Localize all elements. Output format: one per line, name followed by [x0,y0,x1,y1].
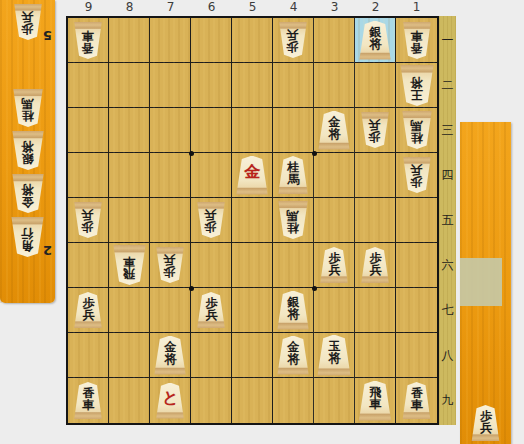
square-1八[interactable] [396,333,437,378]
hoshi-dot [189,151,194,156]
file-labels: 987654321 [66,0,439,16]
square-5七[interactable] [232,288,273,333]
piece-king-1二[interactable]: 王将 [399,65,435,106]
gote-hand-slot-silver[interactable]: 銀将 [0,129,55,172]
piece-pawn-7六[interactable]: 歩兵 [155,247,185,283]
file-label-5: 5 [232,0,273,16]
square-6三[interactable] [191,108,232,153]
hoshi-dot [312,151,317,156]
piece-pawn-9七[interactable]: 歩兵 [73,292,103,328]
piece-glyph: 銀 [276,296,310,308]
piece-glyph: 馬 [401,120,433,132]
piece-glyph: 香 [73,42,103,54]
hand-piece-silver[interactable]: 銀将 [11,131,45,170]
piece-glyph: 将 [399,77,435,89]
gote-hand-slot-gold[interactable]: 金将 [0,172,55,215]
square-2七[interactable] [355,288,396,333]
piece-glyph: 金 [11,196,45,208]
square-3四[interactable] [314,153,355,198]
piece-glyph: 兵 [319,264,349,276]
hand-piece-pawn[interactable]: 歩兵 [471,405,501,441]
piece-pawn-6五[interactable]: 歩兵 [196,202,226,238]
square-5四[interactable]: 金 [232,153,273,198]
square-8一[interactable] [109,18,150,63]
piece-tokin-7九[interactable]: と [155,383,185,419]
square-8九[interactable] [109,378,150,423]
piece-pawn-1四[interactable]: 歩兵 [402,157,432,193]
rank-label-八: 八 [439,333,456,378]
piece-pawn-9五[interactable]: 歩兵 [73,202,103,238]
square-5九[interactable] [232,378,273,423]
piece-glyph: 将 [11,141,45,153]
square-9一[interactable]: 香車 [68,18,109,63]
hand-slot-highlight-silver-origin [460,258,502,306]
piece-glyph: 兵 [360,264,390,276]
square-7四[interactable] [150,153,191,198]
square-6五[interactable]: 歩兵 [191,198,232,243]
piece-glyph: 車 [112,256,147,268]
piece-glyph: 香 [402,42,432,54]
piece-pawn-4一[interactable]: 歩兵 [278,22,308,58]
square-3九[interactable] [314,378,355,423]
piece-glyph: 将 [316,352,352,364]
square-5一[interactable] [232,18,273,63]
square-4八[interactable]: 金将 [273,333,314,378]
rank-label-七: 七 [439,288,456,333]
square-8八[interactable] [109,333,150,378]
piece-glyph: 車 [73,399,103,411]
piece-glyph: 歩 [278,41,308,53]
piece-glyph: 将 [11,184,45,196]
piece-glyph: 兵 [13,11,43,23]
square-2八[interactable] [355,333,396,378]
piece-pawn-3六[interactable]: 歩兵 [319,247,349,283]
piece-glyph: 歩 [360,131,390,143]
piece-glyph: 将 [276,308,310,320]
square-9二[interactable] [68,63,109,108]
square-5二[interactable] [232,63,273,108]
square-3五[interactable] [314,198,355,243]
piece-glyph: 角 [10,240,45,252]
square-2一[interactable]: 銀将 [355,18,396,63]
rank-label-二: 二 [439,63,456,108]
piece-glyph: 歩 [13,23,43,35]
square-4九[interactable] [273,378,314,423]
piece-glyph: 金 [276,341,310,353]
piece-glyph: 将 [358,38,392,50]
square-6四[interactable] [191,153,232,198]
piece-glyph: 兵 [196,309,226,321]
file-label-2: 2 [355,0,396,16]
piece-glyph: 兵 [360,119,390,131]
piece-glyph: 歩 [402,176,432,188]
piece-silver-2一[interactable]: 銀将 [358,21,392,60]
square-4二[interactable] [273,63,314,108]
square-7一[interactable] [150,18,191,63]
gote-hand-slot-pawn[interactable]: 歩兵5 [0,0,55,43]
square-1一[interactable]: 香車 [396,18,437,63]
square-8五[interactable] [109,198,150,243]
square-4五[interactable]: 桂馬 [273,198,314,243]
square-2六[interactable]: 歩兵 [355,243,396,288]
square-7五[interactable] [150,198,191,243]
file-label-8: 8 [109,0,150,16]
hoshi-dot [189,286,194,291]
piece-glyph: 桂 [277,222,309,234]
square-1三[interactable]: 桂馬 [396,108,437,153]
piece-gold-7八[interactable]: 金将 [153,336,187,375]
square-5八[interactable] [232,333,273,378]
square-1五[interactable] [396,198,437,243]
square-1四[interactable]: 歩兵 [396,153,437,198]
piece-pawn-2三[interactable]: 歩兵 [360,112,390,148]
piece-glyph: 金 [235,164,269,180]
piece-king-3八[interactable]: 玉将 [316,335,352,376]
square-7六[interactable]: 歩兵 [150,243,191,288]
piece-lance-1一[interactable]: 香車 [402,22,432,59]
shogi-app-window: 歩兵5桂馬銀将金将角行2 987654321 香車歩兵銀将香車王将金将歩兵桂馬金… [0,0,524,444]
file-label-9: 9 [68,0,109,16]
rank-label-一: 一 [439,18,456,63]
piece-glyph: 馬 [12,98,44,110]
hand-piece-pawn[interactable]: 歩兵 [13,4,43,40]
piece-glyph: 将 [276,353,310,365]
piece-glyph: 兵 [402,164,432,176]
piece-glyph: と [155,390,185,406]
piece-glyph: 飛 [358,386,393,398]
square-4四[interactable]: 桂馬 [273,153,314,198]
square-7八[interactable]: 金将 [150,333,191,378]
square-5六[interactable] [232,243,273,288]
file-label-3: 3 [314,0,355,16]
piece-glyph: 将 [317,128,351,140]
piece-glyph: 馬 [277,210,309,222]
square-1七[interactable] [396,288,437,333]
piece-glyph: 銀 [358,26,392,38]
square-4一[interactable]: 歩兵 [273,18,314,63]
piece-glyph: 飛 [112,268,147,280]
piece-glyph: 行 [10,228,45,240]
piece-lance-9一[interactable]: 香車 [73,22,103,59]
square-4六[interactable] [273,243,314,288]
piece-glyph: 桂 [12,110,44,122]
shogi-board: 香車歩兵銀将香車王将金将歩兵桂馬金桂馬歩兵歩兵歩兵桂馬飛車歩兵歩兵歩兵歩兵歩兵銀… [66,16,439,425]
square-7三[interactable] [150,108,191,153]
square-2三[interactable]: 歩兵 [355,108,396,153]
sente-hand-slot-pawn[interactable]: 歩兵 [460,400,511,444]
square-6七[interactable]: 歩兵 [191,288,232,333]
piece-promoted-silver-5四[interactable]: 金 [235,156,269,195]
piece-glyph: 玉 [316,340,352,352]
square-8六[interactable]: 飛車 [109,243,150,288]
square-1九[interactable]: 香車 [396,378,437,423]
square-3七[interactable] [314,288,355,333]
piece-glyph: 兵 [73,209,103,221]
piece-glyph: 兵 [196,209,226,221]
square-3六[interactable]: 歩兵 [314,243,355,288]
piece-pawn-2六[interactable]: 歩兵 [360,247,390,283]
piece-glyph: 桂 [401,132,433,144]
square-9四[interactable] [68,153,109,198]
hand-piece-bishop[interactable]: 角行 [10,217,45,257]
piece-lance-1九[interactable]: 香車 [402,382,432,419]
piece-glyph: 兵 [155,254,185,266]
piece-gold-3三[interactable]: 金将 [317,111,351,150]
piece-glyph: 兵 [73,309,103,321]
square-8七[interactable] [109,288,150,333]
square-9八[interactable] [68,333,109,378]
piece-glyph: 歩 [73,221,103,233]
square-8三[interactable] [109,108,150,153]
piece-rook-8六[interactable]: 飛車 [112,245,147,285]
piece-glyph: 金 [153,341,187,353]
square-2四[interactable] [355,153,396,198]
file-label-1: 1 [396,0,437,16]
piece-glyph: 兵 [471,422,501,434]
square-9九[interactable]: 香車 [68,378,109,423]
square-7七[interactable] [150,288,191,333]
file-label-7: 7 [150,0,191,16]
piece-glyph: 車 [73,30,103,42]
square-3三[interactable]: 金将 [314,108,355,153]
piece-knight-4四[interactable]: 桂馬 [277,156,309,194]
piece-glyph: 金 [317,116,351,128]
piece-glyph: 将 [153,353,187,365]
square-6九[interactable] [191,378,232,423]
rank-label-五: 五 [439,198,456,243]
square-9五[interactable]: 歩兵 [68,198,109,243]
square-4三[interactable] [273,108,314,153]
file-label-4: 4 [273,0,314,16]
square-3一[interactable] [314,18,355,63]
square-3八[interactable]: 玉将 [314,333,355,378]
piece-silver-4七[interactable]: 銀将 [276,291,310,330]
rank-label-三: 三 [439,108,456,153]
piece-glyph: 車 [402,30,432,42]
piece-glyph: 兵 [278,29,308,41]
gote-hand-slot-bishop[interactable]: 角行2 [0,215,55,258]
square-2二[interactable] [355,63,396,108]
hoshi-dot [312,286,317,291]
rank-label-九: 九 [439,378,456,423]
square-7二[interactable] [150,63,191,108]
piece-knight-1三[interactable]: 桂馬 [401,111,433,149]
square-6一[interactable] [191,18,232,63]
square-9三[interactable] [68,108,109,153]
square-8四[interactable] [109,153,150,198]
piece-glyph: 王 [399,89,435,101]
square-7九[interactable]: と [150,378,191,423]
square-2九[interactable]: 飛車 [355,378,396,423]
square-9六[interactable] [68,243,109,288]
hand-count: 5 [43,28,52,43]
piece-glyph: 車 [358,398,393,410]
rank-label-六: 六 [439,243,456,288]
square-6八[interactable] [191,333,232,378]
square-1二[interactable]: 王将 [396,63,437,108]
piece-glyph: 歩 [196,221,226,233]
piece-knight-4五[interactable]: 桂馬 [277,201,309,239]
piece-glyph: 車 [402,399,432,411]
square-6六[interactable] [191,243,232,288]
square-5五[interactable] [232,198,273,243]
piece-lance-9九[interactable]: 香車 [73,382,103,419]
hand-count: 2 [43,243,52,258]
rank-label-四: 四 [439,153,456,198]
piece-rook-2九[interactable]: 飛車 [358,381,393,421]
piece-glyph: 馬 [277,173,309,185]
square-6二[interactable] [191,63,232,108]
square-4七[interactable]: 銀将 [273,288,314,333]
square-9七[interactable]: 歩兵 [68,288,109,333]
square-3二[interactable] [314,63,355,108]
square-2五[interactable] [355,198,396,243]
square-5三[interactable] [232,108,273,153]
sente-hand-tray: 歩兵 [460,122,511,444]
piece-gold-4八[interactable]: 金将 [276,336,310,375]
piece-glyph: 歩 [155,266,185,278]
gote-hand-slot-knight[interactable]: 桂馬 [0,86,55,129]
square-1六[interactable] [396,243,437,288]
piece-glyph: 銀 [11,153,45,165]
square-8二[interactable] [109,63,150,108]
hand-piece-gold[interactable]: 金将 [11,174,45,213]
rank-labels: 一二三四五六七八九 [439,16,456,425]
hand-piece-knight[interactable]: 桂馬 [12,89,44,127]
piece-pawn-6七[interactable]: 歩兵 [196,292,226,328]
file-label-6: 6 [191,0,232,16]
gote-hand-tray: 歩兵5桂馬銀将金将角行2 [0,0,55,303]
